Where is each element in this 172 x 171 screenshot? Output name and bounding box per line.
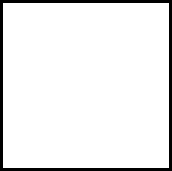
chess-board bbox=[0, 0, 172, 171]
